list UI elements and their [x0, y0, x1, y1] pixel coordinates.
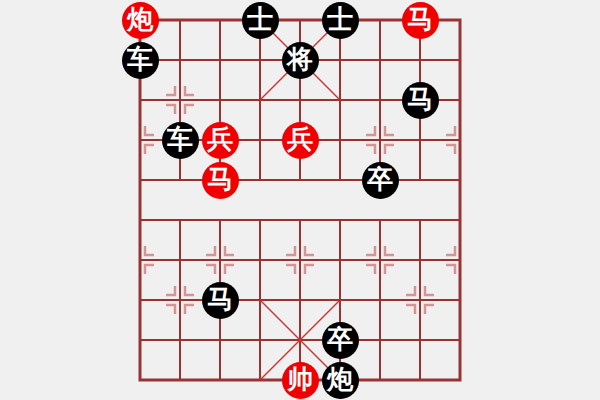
- piece-black-chariot[interactable]: 车: [162, 122, 199, 159]
- piece-black-soldier[interactable]: 卒: [362, 162, 399, 199]
- xiangqi-diagram: 炮士士马车将马车兵兵马卒马卒帅炮: [0, 0, 600, 400]
- piece-black-advisor[interactable]: 士: [322, 2, 359, 39]
- piece-black-chariot[interactable]: 车: [122, 42, 159, 79]
- piece-black-advisor[interactable]: 士: [242, 2, 279, 39]
- pieces-layer: 炮士士马车将马车兵兵马卒马卒帅炮: [0, 0, 600, 400]
- piece-red-cannon[interactable]: 炮: [122, 2, 159, 39]
- piece-black-cannon[interactable]: 炮: [322, 362, 359, 399]
- piece-red-horse[interactable]: 马: [202, 162, 239, 199]
- piece-black-soldier[interactable]: 卒: [322, 322, 359, 359]
- piece-red-soldier[interactable]: 兵: [282, 122, 319, 159]
- piece-black-horse[interactable]: 马: [202, 282, 239, 319]
- piece-black-horse[interactable]: 马: [402, 82, 439, 119]
- piece-red-general[interactable]: 帅: [282, 362, 319, 399]
- piece-red-horse[interactable]: 马: [402, 2, 439, 39]
- piece-red-soldier[interactable]: 兵: [202, 122, 239, 159]
- piece-black-general[interactable]: 将: [282, 42, 319, 79]
